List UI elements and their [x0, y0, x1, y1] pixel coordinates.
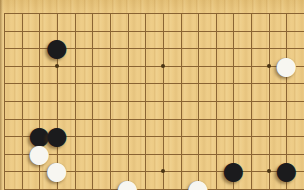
star-point-K10 [161, 169, 165, 173]
grid-hline [4, 119, 304, 120]
black-stone-D17: ● [46, 35, 68, 60]
board-left-edge-shade [0, 0, 3, 190]
star-point-D16 [55, 64, 59, 68]
grid-hline [4, 66, 304, 67]
star-point-Q16 [267, 64, 271, 68]
grid-hline [4, 101, 304, 102]
grid-hline [4, 189, 304, 190]
grid-hline [4, 31, 304, 32]
black-stone-R10: ● [275, 158, 297, 183]
star-point-Q10 [267, 169, 271, 173]
grid-hline [4, 83, 304, 84]
grid-hline [4, 13, 304, 14]
white-stone-R16: ● [275, 53, 297, 78]
black-stone-O10: ● [223, 158, 245, 183]
go-board-screenshot: ●●●●●●●●●● [0, 0, 304, 190]
white-stone-M9: ● [187, 176, 209, 190]
white-stone-D10: ● [46, 158, 68, 183]
white-stone-H9: ● [117, 176, 139, 190]
go-board[interactable]: ●●●●●●●●●● [0, 0, 304, 190]
star-point-K16 [161, 64, 165, 68]
